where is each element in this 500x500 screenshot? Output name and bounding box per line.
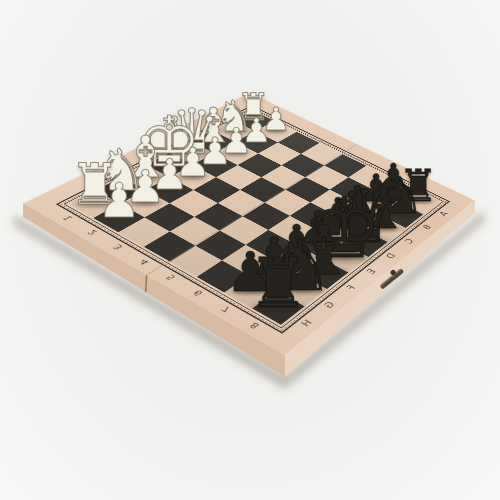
pieces-layer: ♜♞♝♛♚♝♞♜♟♟♟♟♟♟♟♟♟♟♟♟♟♟♟♟♜♞♝♛♚♝♞♜: [0, 0, 500, 500]
chess-set-photo: ABCDEFGH12345678 ♜♞♝♛♚♝♞♜♟♟♟♟♟♟♟♟♟♟♟♟♟♟♟…: [0, 0, 500, 500]
white-pawn[interactable]: ♟: [98, 177, 141, 225]
black-rook[interactable]: ♜: [247, 249, 309, 318]
